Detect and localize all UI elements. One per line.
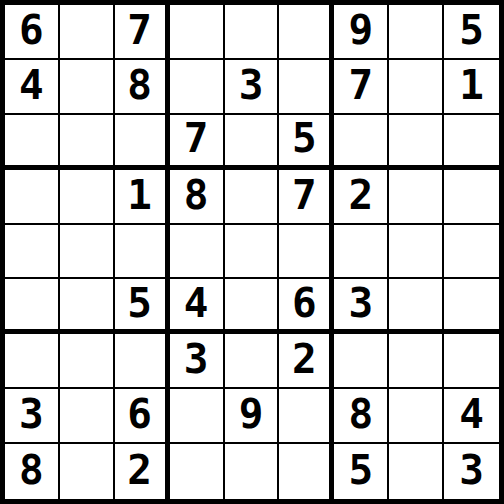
cell-r9c4[interactable] — [170, 444, 225, 499]
cell-r2c9[interactable]: 1 — [444, 60, 499, 115]
cell-r9c3[interactable]: 2 — [115, 444, 170, 499]
cell-r8c3[interactable]: 6 — [115, 389, 170, 444]
cell-r8c7[interactable]: 8 — [334, 389, 389, 444]
cell-r6c5[interactable] — [225, 279, 280, 334]
sudoku-board: 679548371751872546332369848253 — [0, 0, 504, 504]
cell-r2c7[interactable]: 7 — [334, 60, 389, 115]
cell-r8c6[interactable] — [279, 389, 334, 444]
cell-r6c8[interactable] — [389, 279, 444, 334]
cell-r7c6[interactable]: 2 — [279, 334, 334, 389]
cell-r3c1[interactable] — [5, 115, 60, 170]
cell-r3c9[interactable] — [444, 115, 499, 170]
cell-r2c4[interactable] — [170, 60, 225, 115]
cell-r7c1[interactable] — [5, 334, 60, 389]
cell-r2c6[interactable] — [279, 60, 334, 115]
cell-r8c5[interactable]: 9 — [225, 389, 280, 444]
cell-r6c7[interactable]: 3 — [334, 279, 389, 334]
cell-r5c2[interactable] — [60, 225, 115, 280]
cell-r9c1[interactable]: 8 — [5, 444, 60, 499]
cell-r4c4[interactable]: 8 — [170, 170, 225, 225]
cell-r1c1[interactable]: 6 — [5, 5, 60, 60]
cell-r7c2[interactable] — [60, 334, 115, 389]
cell-r9c2[interactable] — [60, 444, 115, 499]
cell-r3c5[interactable] — [225, 115, 280, 170]
cell-r2c3[interactable]: 8 — [115, 60, 170, 115]
cell-r3c3[interactable] — [115, 115, 170, 170]
cell-r7c8[interactable] — [389, 334, 444, 389]
cell-r4c9[interactable] — [444, 170, 499, 225]
cell-r3c8[interactable] — [389, 115, 444, 170]
cell-r7c7[interactable] — [334, 334, 389, 389]
cell-r6c4[interactable]: 4 — [170, 279, 225, 334]
cell-r5c4[interactable] — [170, 225, 225, 280]
cell-r7c9[interactable] — [444, 334, 499, 389]
cell-r9c7[interactable]: 5 — [334, 444, 389, 499]
cell-r5c1[interactable] — [5, 225, 60, 280]
cell-r4c3[interactable]: 1 — [115, 170, 170, 225]
cell-r4c1[interactable] — [5, 170, 60, 225]
cell-r7c3[interactable] — [115, 334, 170, 389]
cell-r1c2[interactable] — [60, 5, 115, 60]
cell-r1c9[interactable]: 5 — [444, 5, 499, 60]
cell-r8c4[interactable] — [170, 389, 225, 444]
cell-r1c3[interactable]: 7 — [115, 5, 170, 60]
cell-r5c9[interactable] — [444, 225, 499, 280]
cell-r4c6[interactable]: 7 — [279, 170, 334, 225]
cell-r5c3[interactable] — [115, 225, 170, 280]
cell-r4c5[interactable] — [225, 170, 280, 225]
cell-r2c2[interactable] — [60, 60, 115, 115]
cell-r6c6[interactable]: 6 — [279, 279, 334, 334]
cell-r6c9[interactable] — [444, 279, 499, 334]
cell-r2c5[interactable]: 3 — [225, 60, 280, 115]
cell-r8c9[interactable]: 4 — [444, 389, 499, 444]
cell-r2c8[interactable] — [389, 60, 444, 115]
cell-r5c7[interactable] — [334, 225, 389, 280]
cell-r1c4[interactable] — [170, 5, 225, 60]
cell-r7c4[interactable]: 3 — [170, 334, 225, 389]
cell-r9c8[interactable] — [389, 444, 444, 499]
cell-r6c1[interactable] — [5, 279, 60, 334]
cell-r3c4[interactable]: 7 — [170, 115, 225, 170]
cell-r4c2[interactable] — [60, 170, 115, 225]
cell-r9c5[interactable] — [225, 444, 280, 499]
cell-r5c8[interactable] — [389, 225, 444, 280]
cell-r4c8[interactable] — [389, 170, 444, 225]
cell-r5c6[interactable] — [279, 225, 334, 280]
cell-r3c7[interactable] — [334, 115, 389, 170]
cell-r3c6[interactable]: 5 — [279, 115, 334, 170]
cell-r9c6[interactable] — [279, 444, 334, 499]
cell-r6c3[interactable]: 5 — [115, 279, 170, 334]
cell-r1c7[interactable]: 9 — [334, 5, 389, 60]
cell-r9c9[interactable]: 3 — [444, 444, 499, 499]
cell-r1c5[interactable] — [225, 5, 280, 60]
cell-r1c8[interactable] — [389, 5, 444, 60]
cell-r6c2[interactable] — [60, 279, 115, 334]
cell-r4c7[interactable]: 2 — [334, 170, 389, 225]
cell-r8c2[interactable] — [60, 389, 115, 444]
cell-r8c8[interactable] — [389, 389, 444, 444]
cell-r7c5[interactable] — [225, 334, 280, 389]
cell-r5c5[interactable] — [225, 225, 280, 280]
cell-r8c1[interactable]: 3 — [5, 389, 60, 444]
cell-r2c1[interactable]: 4 — [5, 60, 60, 115]
cell-r1c6[interactable] — [279, 5, 334, 60]
cell-r3c2[interactable] — [60, 115, 115, 170]
